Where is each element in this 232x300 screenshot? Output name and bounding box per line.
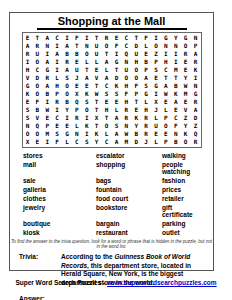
grid-cell: K — [131, 114, 141, 122]
grid-cell: S — [151, 66, 161, 74]
word-list-item: people watching — [162, 162, 203, 176]
grid-cell: B — [62, 98, 72, 106]
grid-cell: I — [112, 50, 122, 58]
grid-cell: H — [52, 82, 62, 90]
grid-cell: X — [23, 138, 33, 146]
grid-cell: F — [32, 98, 42, 106]
grid-cell: I — [52, 66, 62, 74]
grid-cell: D — [131, 138, 141, 146]
grid-cell: L — [141, 42, 151, 50]
grid-cell: N — [42, 42, 52, 50]
grid-cell: O — [121, 74, 131, 82]
grid-cell: U — [92, 50, 102, 58]
grid-cell: K — [181, 130, 191, 138]
grid-cell: E — [112, 34, 122, 42]
grid-cell: T — [92, 82, 102, 90]
grid-cell: Y — [181, 122, 191, 130]
grid-cell: T — [102, 114, 112, 122]
word-list-item: bargain — [96, 221, 162, 228]
grid-cell: C — [102, 138, 112, 146]
grid-cell: R — [102, 34, 112, 42]
answer-blank-line[interactable] — [49, 294, 154, 300]
grid-cell: F — [131, 82, 141, 90]
grid-cell: Y — [92, 138, 102, 146]
grid-cell: E — [141, 50, 151, 58]
grid-cell: I — [52, 58, 62, 66]
grid-cell: Y — [171, 34, 181, 42]
grid-cell: L — [62, 138, 72, 146]
grid-cell: P — [72, 106, 82, 114]
grid-cell: P — [141, 66, 151, 74]
grid-cell: O — [32, 82, 42, 90]
grid-cell: R — [141, 114, 151, 122]
grid-cell: E — [72, 82, 82, 90]
grid-cell: Q — [72, 98, 82, 106]
grid-cell: P — [161, 138, 171, 146]
grid-cell: M — [171, 66, 181, 74]
grid-cell: E — [161, 130, 171, 138]
grid-cell: E — [181, 58, 191, 66]
word-list-item: prices — [162, 187, 203, 194]
grid-cell: T — [32, 34, 42, 42]
grid-cell: R — [191, 138, 201, 146]
grid-cell: G — [151, 82, 161, 90]
grid-cell: R — [191, 58, 201, 66]
word-list-item: bookstore — [96, 205, 162, 219]
grid-cell: I — [151, 34, 161, 42]
grid-cell: F — [121, 90, 131, 98]
grid-cell: R — [121, 114, 131, 122]
grid-cell: F — [141, 34, 151, 42]
grid-cell: U — [151, 122, 161, 130]
grid-cell: R — [52, 98, 62, 106]
grid-cell: P — [191, 42, 201, 50]
grid-cell: T — [72, 42, 82, 50]
grid-cell: A — [52, 50, 62, 58]
grid-cell: I — [62, 114, 72, 122]
grid-cell: E — [62, 122, 72, 130]
grid-cell: I — [151, 90, 161, 98]
grid-cell: E — [131, 106, 141, 114]
grid-cell: A — [171, 98, 181, 106]
grid-cell: D — [131, 42, 141, 50]
grid-cell: B — [72, 50, 82, 58]
trivia-text-before: According to the — [61, 253, 114, 260]
grid-cell: I — [42, 98, 52, 106]
word-list-item: mall — [23, 162, 96, 176]
word-list-item: walking — [162, 153, 203, 160]
word-list-item: kiosk — [23, 230, 96, 237]
grid-cell: C — [102, 82, 112, 90]
title-underline — [37, 28, 187, 30]
grid-cell: H — [102, 106, 112, 114]
grid-cell: B — [62, 50, 72, 58]
grid-cell: A — [102, 58, 112, 66]
grid-cell: F — [171, 122, 181, 130]
grid-cell: N — [82, 42, 92, 50]
grid-cell: K — [191, 66, 201, 74]
grid-cell: Z — [151, 50, 161, 58]
grid-cell: A — [112, 114, 122, 122]
grid-cell: W — [92, 90, 102, 98]
grid-cell: L — [52, 74, 62, 82]
word-list-item: outlet — [162, 230, 203, 237]
grid-cell: N — [161, 42, 171, 50]
grid-cell: A — [62, 42, 72, 50]
answer-label: Answer: — [19, 295, 45, 300]
grid-cell: S — [23, 114, 33, 122]
grid-cell: E — [161, 98, 171, 106]
grid-cell: T — [92, 122, 102, 130]
grid-cell: G — [141, 90, 151, 98]
grid-cell: Y — [181, 74, 191, 82]
page-title: Shopping at the Mall — [10, 15, 213, 27]
grid-cell: B — [171, 138, 181, 146]
grid-cell: B — [171, 82, 181, 90]
grid-cell: U — [92, 42, 102, 50]
grid-cell: R — [42, 74, 52, 82]
grid-cell: O — [82, 50, 92, 58]
grid-cell: C — [171, 114, 181, 122]
grid-cell: E — [92, 66, 102, 74]
grid-cell: D — [191, 114, 201, 122]
grid-cell: M — [42, 130, 52, 138]
grid-cell: L — [92, 58, 102, 66]
grid-cell: C — [52, 114, 62, 122]
grid-cell: E — [82, 82, 92, 90]
grid-cell: U — [32, 50, 42, 58]
grid-cell: R — [121, 106, 131, 114]
answer-row: Answer: — [19, 294, 213, 300]
grid-cell: S — [23, 106, 33, 114]
word-list-item: gift certificate — [162, 205, 203, 219]
grid-cell: J — [151, 106, 161, 114]
puzzle-grid: ETACIFITRECTFIGYGNARNIATNUOFCDLONNOPRUIA… — [22, 32, 202, 148]
grid-cell: N — [191, 34, 201, 42]
word-list-item: stores — [23, 153, 96, 160]
grid-cell: G — [161, 34, 171, 42]
grid-cell: S — [62, 74, 72, 82]
worksheet-frame: Shopping at the Mall ETACIFITRECTFIGYGNA… — [9, 12, 214, 271]
grid-cell: Q — [191, 130, 201, 138]
grid-cell: E — [151, 130, 161, 138]
grid-cell: S — [52, 130, 62, 138]
grid-cell: E — [23, 34, 33, 42]
grid-cell: I — [82, 130, 92, 138]
grid-cell: T — [92, 106, 102, 114]
grid-cell: G — [23, 82, 33, 90]
grid-cell: F — [72, 34, 82, 42]
grid-cell: X — [151, 98, 161, 106]
grid-cell: R — [181, 50, 191, 58]
grid-cell: A — [42, 58, 52, 66]
grid-cell: E — [102, 98, 112, 106]
grid-cell: L — [82, 58, 92, 66]
grid-cell: A — [141, 74, 151, 82]
grid-cell: I — [171, 58, 181, 66]
word-list-item: fashion — [162, 178, 203, 185]
grid-cell: I — [23, 58, 33, 66]
grid-cell: O — [62, 90, 72, 98]
grid-cell: O — [161, 122, 171, 130]
grid-cell: Z — [191, 122, 201, 130]
grid-cell: E — [52, 122, 62, 130]
grid-cell: O — [62, 82, 72, 90]
grid-cell: G — [191, 90, 201, 98]
word-list-item: boutique — [23, 221, 96, 228]
grid-cell: I — [171, 50, 181, 58]
grid-cell: G — [42, 66, 52, 74]
grid-cell: R — [191, 98, 201, 106]
grid-cell: M — [121, 138, 131, 146]
grid-cell: B — [131, 130, 141, 138]
grid-cell: D — [112, 74, 122, 82]
grid-cell: I — [42, 50, 52, 58]
grid-cell: N — [72, 130, 82, 138]
grid-cell: A — [42, 82, 52, 90]
grid-cell: L — [141, 98, 151, 106]
grid-cell: Y — [131, 122, 141, 130]
grid-cell: L — [72, 122, 82, 130]
grid-cell: P — [42, 122, 52, 130]
grid-cell: V — [23, 74, 33, 82]
grid-cell: B — [32, 106, 42, 114]
grid-cell: W — [42, 106, 52, 114]
grid-cell: S — [112, 122, 122, 130]
grid-cell: O — [181, 42, 191, 50]
grid-cell: K — [92, 130, 102, 138]
grid-cell: U — [131, 50, 141, 58]
word-list-item: jewelry — [23, 205, 96, 219]
grid-cell: N — [191, 82, 201, 90]
grid-cell: G — [62, 130, 72, 138]
grid-cell: O — [32, 90, 42, 98]
grid-cell: N — [171, 130, 181, 138]
trivia-instruction: To find the answer to the trivia questio… — [10, 240, 213, 250]
grid-cell: R — [23, 50, 33, 58]
grid-cell: K — [82, 90, 92, 98]
footer: Super Word Search Puzzles - www.superwor… — [0, 279, 232, 286]
grid-cell: A — [23, 42, 33, 50]
grid-cell: E — [171, 106, 181, 114]
grid-cell: P — [161, 114, 171, 122]
grid-cell: R — [32, 42, 42, 50]
grid-cell: C — [32, 66, 42, 74]
word-list-item: parking — [162, 221, 203, 228]
grid-cell: R — [141, 130, 151, 138]
word-list-item: bags — [96, 178, 162, 185]
grid-cell: T — [82, 66, 92, 74]
grid-cell: E — [72, 58, 82, 66]
grid-cell: L — [112, 106, 122, 114]
footer-url-link[interactable]: www.superwordsearchpuzzles.com — [107, 279, 217, 286]
grid-cell: A — [191, 50, 201, 58]
grid-cell: V — [181, 106, 191, 114]
grid-cell: A — [102, 74, 112, 82]
grid-cell: E — [181, 66, 191, 74]
grid-cell: O — [131, 74, 141, 82]
grid-cell: I — [52, 106, 62, 114]
grid-cell: F — [52, 138, 62, 146]
grid-cell: I — [52, 42, 62, 50]
grid-cell: H — [121, 98, 131, 106]
grid-cell: N — [23, 122, 33, 130]
grid-cell: A — [82, 74, 92, 82]
grid-cell: W — [181, 82, 191, 90]
grid-cell: B — [141, 58, 151, 66]
grid-cell: O — [181, 138, 191, 146]
grid-cell: S — [82, 98, 92, 106]
grid-cell: I — [62, 34, 72, 42]
grid-cell: H — [141, 106, 151, 114]
grid-cell: C — [161, 66, 171, 74]
grid-cell: L — [161, 106, 171, 114]
grid-cell: T — [112, 66, 122, 74]
word-list-item: clothes — [23, 196, 96, 203]
footer-site-name: Super Word Search Puzzles — [15, 279, 101, 286]
grid-cell: X — [92, 114, 102, 122]
grid-cell: A — [191, 106, 201, 114]
grid-cell: I — [191, 74, 201, 82]
grid-cell: A — [112, 138, 122, 146]
grid-cell: I — [82, 114, 92, 122]
grid-cell: A — [161, 82, 171, 90]
word-list-item: escalator — [96, 153, 162, 160]
word-list-item: food court — [96, 196, 162, 203]
word-list-item: restaurant — [96, 230, 162, 237]
word-list-item: shopping — [96, 162, 162, 176]
grid-cell: L — [102, 130, 112, 138]
grid-cell: H — [161, 58, 171, 66]
grid-cell: L — [151, 114, 161, 122]
grid-cell: L — [151, 138, 161, 146]
grid-cell: A — [62, 66, 72, 74]
grid-cell: C — [72, 138, 82, 146]
grid-cell: K — [82, 122, 92, 130]
grid-cell: O — [32, 130, 42, 138]
grid-cell: U — [72, 66, 82, 74]
grid-cell: M — [181, 90, 191, 98]
grid-cell: O — [102, 122, 112, 130]
grid-cell: G — [112, 58, 122, 66]
grid-cell: T — [102, 50, 112, 58]
grid-cell: S — [112, 90, 122, 98]
grid-cell: E — [112, 98, 122, 106]
grid-cell: R — [62, 58, 72, 66]
grid-cell: P — [151, 58, 161, 66]
grid-cell: N — [121, 58, 131, 66]
grid-cell: N — [171, 42, 181, 50]
grid-cell: H — [23, 66, 33, 74]
grid-cell: T — [171, 74, 181, 82]
word-list-item: galleria — [23, 187, 96, 194]
grid-cell: P — [52, 90, 62, 98]
grid-cell: K — [23, 90, 33, 98]
grid-cell: R — [141, 122, 151, 130]
grid-cell: O — [131, 66, 141, 74]
grid-cell: E — [151, 74, 161, 82]
grid-cell: G — [181, 34, 191, 42]
grid-cell: T — [161, 74, 171, 82]
grid-cell: S — [82, 138, 92, 146]
grid-cell: D — [32, 74, 42, 82]
grid-cell: J — [72, 74, 82, 82]
grid-cell: I — [82, 34, 92, 42]
word-list: storesescalatorwalkingmallshoppingpeople… — [23, 153, 203, 236]
grid-cell: Z — [181, 114, 191, 122]
grid-cell: K — [112, 82, 122, 90]
grid-cell: W — [121, 130, 131, 138]
grid-cell: F — [112, 42, 122, 50]
grid-cell: O — [32, 58, 42, 66]
grid-cell: P — [131, 90, 141, 98]
grid-cell: C — [52, 34, 62, 42]
word-list-item: sale — [23, 178, 96, 185]
grid-cell: O — [151, 42, 161, 50]
grid-cell: X — [72, 90, 82, 98]
grid-cell: I — [161, 50, 171, 58]
grid-cell: E — [42, 114, 52, 122]
grid-cell: E — [32, 138, 42, 146]
grid-cell: A — [112, 130, 122, 138]
grid-cell: U — [121, 66, 131, 74]
grid-cell: S — [141, 82, 151, 90]
grid-cell: E — [181, 98, 191, 106]
grid-cell: O — [23, 130, 33, 138]
grid-cell: Q — [121, 50, 131, 58]
grid-cell: A — [42, 34, 52, 42]
grid-cell: C — [121, 42, 131, 50]
grid-cell: C — [121, 34, 131, 42]
grid-cell: Q — [32, 122, 42, 130]
grid-cell: R — [72, 114, 82, 122]
grid-cell: V — [32, 114, 42, 122]
grid-cell: T — [131, 98, 141, 106]
grid-cell: Y — [62, 106, 72, 114]
grid-cell: W — [161, 90, 171, 98]
grid-cell: H — [131, 58, 141, 66]
grid-cell: T — [92, 98, 102, 106]
grid-cell: L — [102, 66, 112, 74]
word-list-item: retailer — [162, 196, 203, 203]
word-list-item: fountain — [96, 187, 162, 194]
grid-cell: T — [92, 34, 102, 42]
grid-cell: T — [131, 34, 141, 42]
grid-cell: K — [171, 90, 181, 98]
grid-cell: S — [102, 90, 112, 98]
grid-cell: O — [82, 106, 92, 114]
grid-cell: J — [141, 138, 151, 146]
worksheet-page: Shopping at the Mall ETACIFITRECTFIGYGNA… — [0, 0, 232, 300]
grid-cell: B — [42, 90, 52, 98]
grid-cell: V — [92, 74, 102, 82]
grid-cell: N — [121, 122, 131, 130]
grid-cell: O — [102, 42, 112, 50]
grid-cell: E — [23, 98, 33, 106]
grid-cell: I — [42, 138, 52, 146]
grid-cell: H — [121, 82, 131, 90]
